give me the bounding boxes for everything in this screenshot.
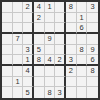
sudoku-cell-r7c6[interactable] — [55, 66, 66, 77]
sudoku-cell-r7c3[interactable]: 4 — [23, 66, 34, 77]
sudoku-cell-r1c7[interactable]: 8 — [66, 2, 77, 13]
sudoku-cell-r3c5[interactable] — [45, 23, 56, 34]
sudoku-cell-r4c8[interactable] — [77, 34, 88, 45]
sudoku-cell-r3c9[interactable] — [87, 23, 98, 34]
sudoku-cell-r3c3[interactable] — [23, 23, 34, 34]
sudoku-cell-r6c3[interactable]: 1 — [23, 55, 34, 66]
sudoku-cell-r9c2[interactable] — [13, 87, 24, 98]
sudoku-cell-r5c7[interactable] — [66, 45, 77, 56]
sudoku-cell-r3c6[interactable] — [55, 23, 66, 34]
sudoku-cell-r5c2[interactable] — [13, 45, 24, 56]
sudoku-cell-r2c1[interactable] — [2, 13, 13, 24]
sudoku-cell-r8c5[interactable] — [45, 77, 56, 88]
sudoku-cell-r6c2[interactable] — [13, 55, 24, 66]
sudoku-cell-r2c6[interactable] — [55, 13, 66, 24]
sudoku-cell-r7c8[interactable] — [77, 66, 88, 77]
sudoku-cell-r4c3[interactable] — [23, 34, 34, 45]
sudoku-cell-r2c2[interactable] — [13, 13, 24, 24]
sudoku-cell-r6c7[interactable]: 3 — [66, 55, 77, 66]
sudoku-cell-r4c9[interactable] — [87, 34, 98, 45]
sudoku-cell-r2c8[interactable]: 1 — [77, 13, 88, 24]
sudoku-cell-r7c4[interactable] — [34, 66, 45, 77]
sudoku-cell-r6c9[interactable]: 6 — [87, 55, 98, 66]
sudoku-cell-r3c8[interactable]: 6 — [77, 23, 88, 34]
sudoku-cell-r7c1[interactable] — [2, 66, 13, 77]
sudoku-cell-r3c7[interactable] — [66, 23, 77, 34]
sudoku-cell-r4c5[interactable]: 9 — [45, 34, 56, 45]
sudoku-cell-r9c7[interactable] — [66, 87, 77, 98]
sudoku-cell-r2c4[interactable]: 2 — [34, 13, 45, 24]
sudoku-cell-r1c6[interactable] — [55, 2, 66, 13]
sudoku-cell-r6c1[interactable] — [2, 55, 13, 66]
sudoku-cell-r6c5[interactable]: 4 — [45, 55, 56, 66]
sudoku-cell-r8c7[interactable] — [66, 77, 77, 88]
sudoku-cell-r9c1[interactable] — [2, 87, 13, 98]
sudoku-cell-r8c4[interactable] — [34, 77, 45, 88]
sudoku-cell-r8c6[interactable] — [55, 77, 66, 88]
sudoku-cell-r4c7[interactable] — [66, 34, 77, 45]
sudoku-cell-r3c1[interactable] — [2, 23, 13, 34]
sudoku-cell-r6c6[interactable]: 2 — [55, 55, 66, 66]
sudoku-cell-r9c3[interactable]: 5 — [23, 87, 34, 98]
sudoku-cell-r8c2[interactable]: 1 — [13, 77, 24, 88]
sudoku-cell-r9c5[interactable]: 8 — [45, 87, 56, 98]
sudoku-cell-r1c9[interactable]: 3 — [87, 2, 98, 13]
sudoku-cell-r7c5[interactable] — [45, 66, 56, 77]
sudoku-cell-r4c4[interactable] — [34, 34, 45, 45]
sudoku-cell-r5c6[interactable] — [55, 45, 66, 56]
sudoku-cell-r9c8[interactable] — [77, 87, 88, 98]
sudoku-cell-r1c3[interactable]: 2 — [23, 2, 34, 13]
sudoku-cell-r1c2[interactable] — [13, 2, 24, 13]
sudoku-cell-r6c4[interactable]: 8 — [34, 55, 45, 66]
sudoku-cell-r8c9[interactable] — [87, 77, 98, 88]
sudoku-cell-r1c5[interactable]: 1 — [45, 2, 56, 13]
sudoku-cell-r8c3[interactable] — [23, 77, 34, 88]
sudoku-cell-r5c4[interactable]: 5 — [34, 45, 45, 56]
sudoku-cell-r1c8[interactable] — [77, 2, 88, 13]
sudoku-cell-r9c9[interactable] — [87, 87, 98, 98]
sudoku-cell-r3c4[interactable] — [34, 23, 45, 34]
sudoku-cell-r6c8[interactable] — [77, 55, 88, 66]
sudoku-cell-r9c6[interactable]: 3 — [55, 87, 66, 98]
sudoku-cell-r4c2[interactable]: 7 — [13, 34, 24, 45]
sudoku-cell-r3c2[interactable] — [13, 23, 24, 34]
sudoku-cell-r2c5[interactable] — [45, 13, 56, 24]
sudoku-cell-r9c4[interactable] — [34, 87, 45, 98]
sudoku-cell-r7c7[interactable]: 2 — [66, 66, 77, 77]
sudoku-cell-r1c4[interactable]: 4 — [34, 2, 45, 13]
sudoku-board: 241832167935891842364281583 — [0, 0, 100, 100]
sudoku-cell-r7c2[interactable] — [13, 66, 24, 77]
sudoku-cell-r7c9[interactable]: 8 — [87, 66, 98, 77]
sudoku-cell-r4c6[interactable] — [55, 34, 66, 45]
sudoku-cell-r5c9[interactable]: 9 — [87, 45, 98, 56]
sudoku-cell-r2c7[interactable] — [66, 13, 77, 24]
sudoku-cell-r5c3[interactable]: 3 — [23, 45, 34, 56]
sudoku-cell-r8c8[interactable] — [77, 77, 88, 88]
sudoku-cell-r5c8[interactable]: 8 — [77, 45, 88, 56]
sudoku-cell-r8c1[interactable] — [2, 77, 13, 88]
sudoku-cell-r2c9[interactable] — [87, 13, 98, 24]
sudoku-cell-r5c1[interactable] — [2, 45, 13, 56]
sudoku-cell-r1c1[interactable] — [2, 2, 13, 13]
sudoku-cell-r5c5[interactable] — [45, 45, 56, 56]
sudoku-cell-r4c1[interactable] — [2, 34, 13, 45]
sudoku-cell-r2c3[interactable] — [23, 13, 34, 24]
